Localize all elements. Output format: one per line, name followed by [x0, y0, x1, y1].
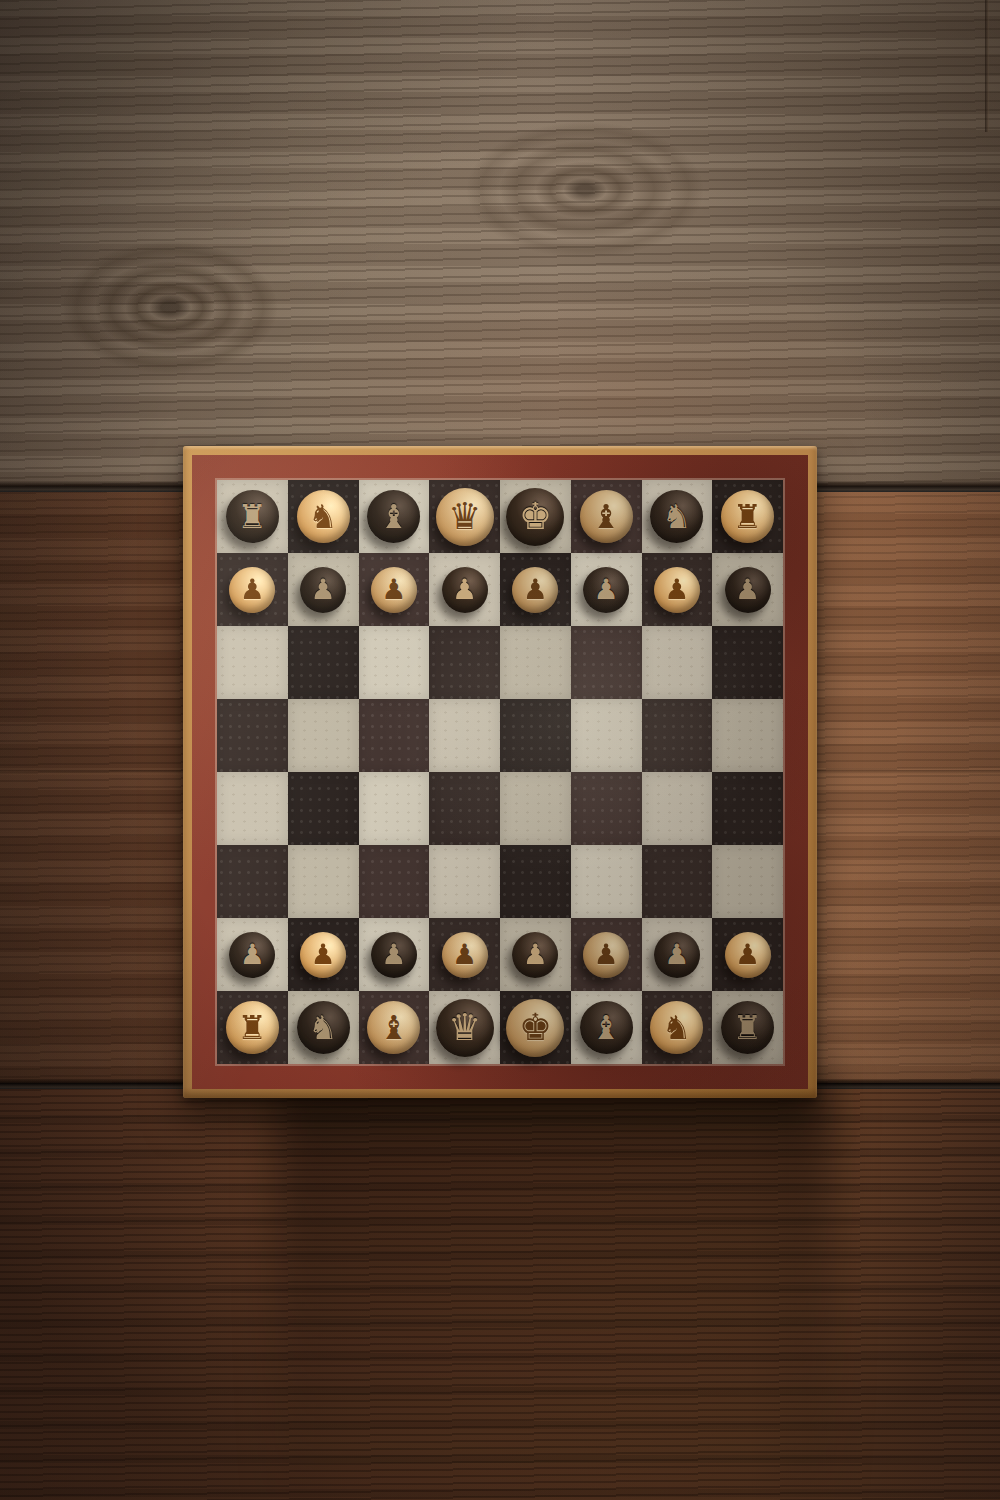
plank-seam [985, 0, 989, 132]
square-e2[interactable]: ♟ [500, 918, 571, 991]
piece-black-rook-a8[interactable]: ♜ [226, 490, 279, 543]
piece-black-pawn-d7[interactable]: ♟ [442, 567, 488, 613]
piece-black-knight-b1[interactable]: ♞ [297, 1001, 350, 1054]
piece-black-pawn-f7[interactable]: ♟ [583, 567, 629, 613]
square-h6[interactable] [712, 626, 783, 699]
wood-knot [420, 95, 750, 285]
piece-white-king-e1[interactable]: ♚ [506, 999, 564, 1057]
square-h7[interactable]: ♟ [712, 553, 783, 626]
wood-knot [20, 215, 320, 400]
piece-black-pawn-b7[interactable]: ♟ [300, 567, 346, 613]
square-a6[interactable] [217, 626, 288, 699]
square-f2[interactable]: ♟ [571, 918, 642, 991]
board-cast-shadow [275, 1080, 835, 1500]
square-b3[interactable] [288, 845, 359, 918]
square-b7[interactable]: ♟ [288, 553, 359, 626]
board-marble-border: ♜♞♝♛♚♝♞♜♟♟♟♟♟♟♟♟♟♟♟♟♟♟♟♟♜♞♝♛♚♝♞♜ [192, 455, 808, 1089]
square-e4[interactable] [500, 772, 571, 845]
square-a4[interactable] [217, 772, 288, 845]
square-e6[interactable] [500, 626, 571, 699]
square-c4[interactable] [359, 772, 430, 845]
square-c6[interactable] [359, 626, 430, 699]
piece-white-rook-h8[interactable]: ♜ [721, 490, 774, 543]
piece-white-pawn-b2[interactable]: ♟ [300, 932, 346, 978]
square-g3[interactable] [642, 845, 713, 918]
square-g7[interactable]: ♟ [642, 553, 713, 626]
piece-black-pawn-c2[interactable]: ♟ [371, 932, 417, 978]
square-h5[interactable] [712, 699, 783, 772]
square-g4[interactable] [642, 772, 713, 845]
piece-white-bishop-f8[interactable]: ♝ [580, 490, 633, 543]
square-b1[interactable]: ♞ [288, 991, 359, 1064]
square-b6[interactable] [288, 626, 359, 699]
square-e7[interactable]: ♟ [500, 553, 571, 626]
piece-white-pawn-h2[interactable]: ♟ [725, 932, 771, 978]
square-d2[interactable]: ♟ [429, 918, 500, 991]
square-e3[interactable] [500, 845, 571, 918]
square-h2[interactable]: ♟ [712, 918, 783, 991]
square-f6[interactable] [571, 626, 642, 699]
piece-black-rook-h1[interactable]: ♜ [721, 1001, 774, 1054]
piece-white-bishop-c1[interactable]: ♝ [367, 1001, 420, 1054]
piece-white-pawn-g7[interactable]: ♟ [654, 567, 700, 613]
square-b8[interactable]: ♞ [288, 480, 359, 553]
square-d5[interactable] [429, 699, 500, 772]
piece-black-king-e8[interactable]: ♚ [506, 488, 564, 546]
square-g8[interactable]: ♞ [642, 480, 713, 553]
square-a7[interactable]: ♟ [217, 553, 288, 626]
square-h4[interactable] [712, 772, 783, 845]
square-b4[interactable] [288, 772, 359, 845]
square-d4[interactable] [429, 772, 500, 845]
square-a1[interactable]: ♜ [217, 991, 288, 1064]
square-d8[interactable]: ♛ [429, 480, 500, 553]
square-a8[interactable]: ♜ [217, 480, 288, 553]
piece-black-pawn-h7[interactable]: ♟ [725, 567, 771, 613]
square-a5[interactable] [217, 699, 288, 772]
square-c7[interactable]: ♟ [359, 553, 430, 626]
piece-black-bishop-c8[interactable]: ♝ [367, 490, 420, 543]
piece-black-bishop-f1[interactable]: ♝ [580, 1001, 633, 1054]
square-a3[interactable] [217, 845, 288, 918]
board-grid: ♜♞♝♛♚♝♞♜♟♟♟♟♟♟♟♟♟♟♟♟♟♟♟♟♜♞♝♛♚♝♞♜ [217, 480, 783, 1064]
square-c1[interactable]: ♝ [359, 991, 430, 1064]
square-f4[interactable] [571, 772, 642, 845]
square-a2[interactable]: ♟ [217, 918, 288, 991]
square-d1[interactable]: ♛ [429, 991, 500, 1064]
square-c2[interactable]: ♟ [359, 918, 430, 991]
piece-black-knight-g8[interactable]: ♞ [650, 490, 703, 543]
square-c5[interactable] [359, 699, 430, 772]
square-f5[interactable] [571, 699, 642, 772]
piece-white-queen-d8[interactable]: ♛ [436, 488, 494, 546]
piece-white-pawn-d2[interactable]: ♟ [442, 932, 488, 978]
square-d3[interactable] [429, 845, 500, 918]
square-e8[interactable]: ♚ [500, 480, 571, 553]
square-f8[interactable]: ♝ [571, 480, 642, 553]
piece-black-pawn-g2[interactable]: ♟ [654, 932, 700, 978]
piece-white-rook-a1[interactable]: ♜ [226, 1001, 279, 1054]
piece-black-pawn-e2[interactable]: ♟ [512, 932, 558, 978]
piece-white-pawn-e7[interactable]: ♟ [512, 567, 558, 613]
piece-white-pawn-c7[interactable]: ♟ [371, 567, 417, 613]
piece-black-pawn-a2[interactable]: ♟ [229, 932, 275, 978]
square-e5[interactable] [500, 699, 571, 772]
square-c3[interactable] [359, 845, 430, 918]
square-g5[interactable] [642, 699, 713, 772]
chess-board: ♜♞♝♛♚♝♞♜♟♟♟♟♟♟♟♟♟♟♟♟♟♟♟♟♜♞♝♛♚♝♞♜ [183, 446, 817, 1098]
square-h1[interactable]: ♜ [712, 991, 783, 1064]
wooden-table-background: ♜♞♝♛♚♝♞♜♟♟♟♟♟♟♟♟♟♟♟♟♟♟♟♟♜♞♝♛♚♝♞♜ [0, 0, 1000, 1500]
piece-black-queen-d1[interactable]: ♛ [436, 999, 494, 1057]
square-f7[interactable]: ♟ [571, 553, 642, 626]
square-c8[interactable]: ♝ [359, 480, 430, 553]
square-d7[interactable]: ♟ [429, 553, 500, 626]
square-b5[interactable] [288, 699, 359, 772]
piece-white-knight-g1[interactable]: ♞ [650, 1001, 703, 1054]
piece-white-pawn-f2[interactable]: ♟ [583, 932, 629, 978]
square-d6[interactable] [429, 626, 500, 699]
square-h8[interactable]: ♜ [712, 480, 783, 553]
piece-white-knight-b8[interactable]: ♞ [297, 490, 350, 543]
square-g2[interactable]: ♟ [642, 918, 713, 991]
square-f1[interactable]: ♝ [571, 991, 642, 1064]
piece-white-pawn-a7[interactable]: ♟ [229, 567, 275, 613]
square-h3[interactable] [712, 845, 783, 918]
square-e1[interactable]: ♚ [500, 991, 571, 1064]
square-b2[interactable]: ♟ [288, 918, 359, 991]
square-f3[interactable] [571, 845, 642, 918]
square-g1[interactable]: ♞ [642, 991, 713, 1064]
square-g6[interactable] [642, 626, 713, 699]
